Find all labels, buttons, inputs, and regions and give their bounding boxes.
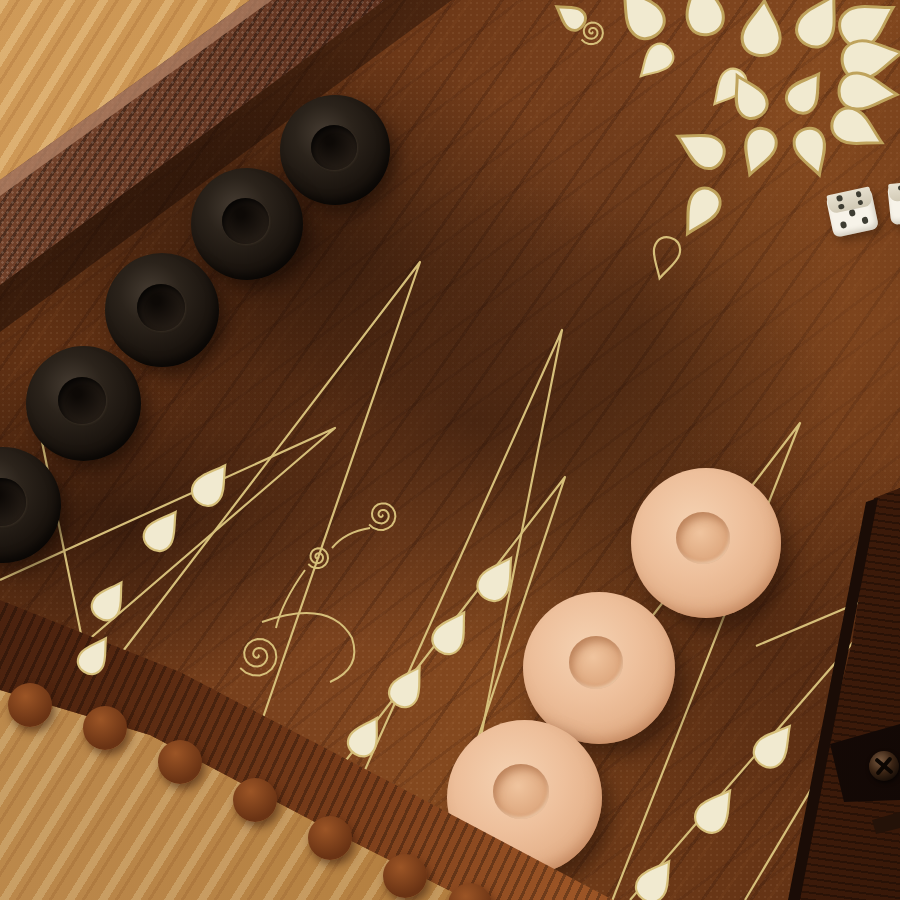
black-checker[interactable] [0,447,61,563]
rail-scallop [8,683,52,727]
die-pip [840,221,848,229]
wood-checker[interactable] [523,592,675,744]
black-checker[interactable] [191,168,303,280]
rail-scallop [158,740,202,784]
rail-scallop [83,706,127,750]
die-pip [855,191,861,197]
screw-icon [869,751,899,781]
die-pip [838,204,844,210]
die-pip [857,200,863,206]
backgammon-photo-scene [0,0,900,900]
die[interactable] [887,181,900,186]
die-pip [861,217,869,225]
rail-scallop [308,816,352,860]
wood-checker[interactable] [631,468,781,618]
die-pip [837,195,843,201]
black-checker[interactable] [280,95,390,205]
rail-scallop [233,778,277,822]
die[interactable] [826,187,871,197]
rail-scallop [383,854,427,898]
black-checker[interactable] [105,253,219,367]
black-checker[interactable] [26,346,141,461]
